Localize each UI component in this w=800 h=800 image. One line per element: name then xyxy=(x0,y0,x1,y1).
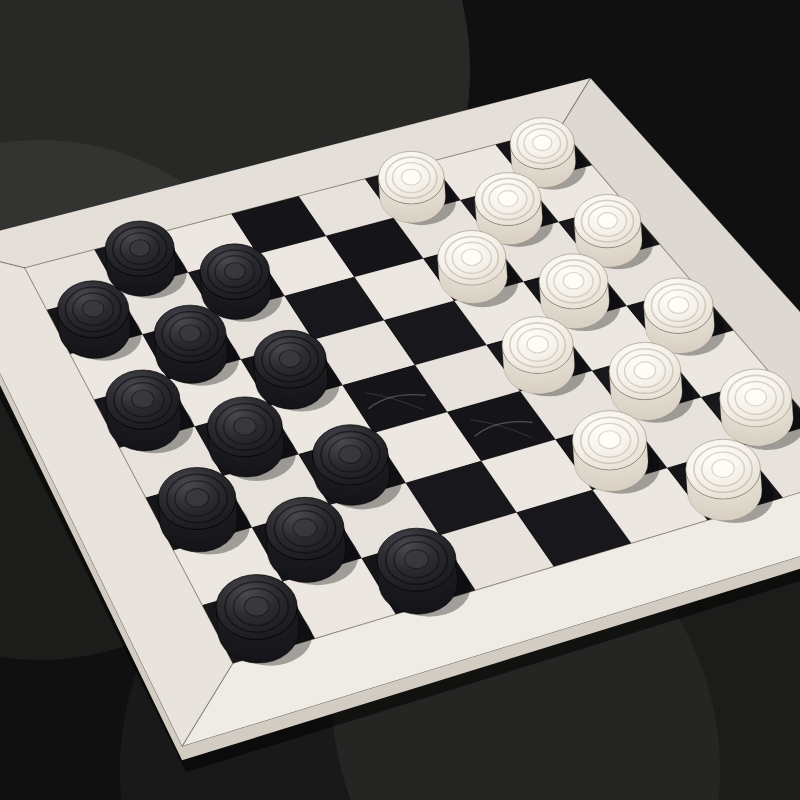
piece-center-boss xyxy=(82,300,103,317)
piece-center-boss xyxy=(668,297,689,314)
piece-center-boss xyxy=(498,191,518,207)
checkers-board-photo xyxy=(0,0,800,800)
piece-center-boss xyxy=(712,460,734,478)
piece-center-boss xyxy=(598,431,620,449)
piece-center-boss xyxy=(244,597,268,616)
piece-center-boss xyxy=(132,390,154,408)
piece-center-boss xyxy=(234,417,256,435)
piece-center-boss xyxy=(279,350,301,367)
piece-center-boss xyxy=(339,445,362,463)
piece-center-boss xyxy=(224,263,245,280)
piece-center-boss xyxy=(462,249,482,265)
scene: Checkers (Draughts) xyxy=(0,0,800,800)
piece-center-boss xyxy=(129,240,150,257)
piece-center-boss xyxy=(527,336,548,353)
piece-center-boss xyxy=(293,519,316,538)
piece-center-boss xyxy=(597,213,617,229)
piece-center-boss xyxy=(533,135,552,150)
piece-center-boss xyxy=(563,273,584,290)
piece-center-boss xyxy=(405,550,429,569)
piece-center-boss xyxy=(745,389,767,406)
piece-center-boss xyxy=(185,489,208,508)
piece-center-boss xyxy=(401,169,421,185)
piece-center-boss xyxy=(634,362,655,379)
piece-center-boss xyxy=(179,325,201,342)
